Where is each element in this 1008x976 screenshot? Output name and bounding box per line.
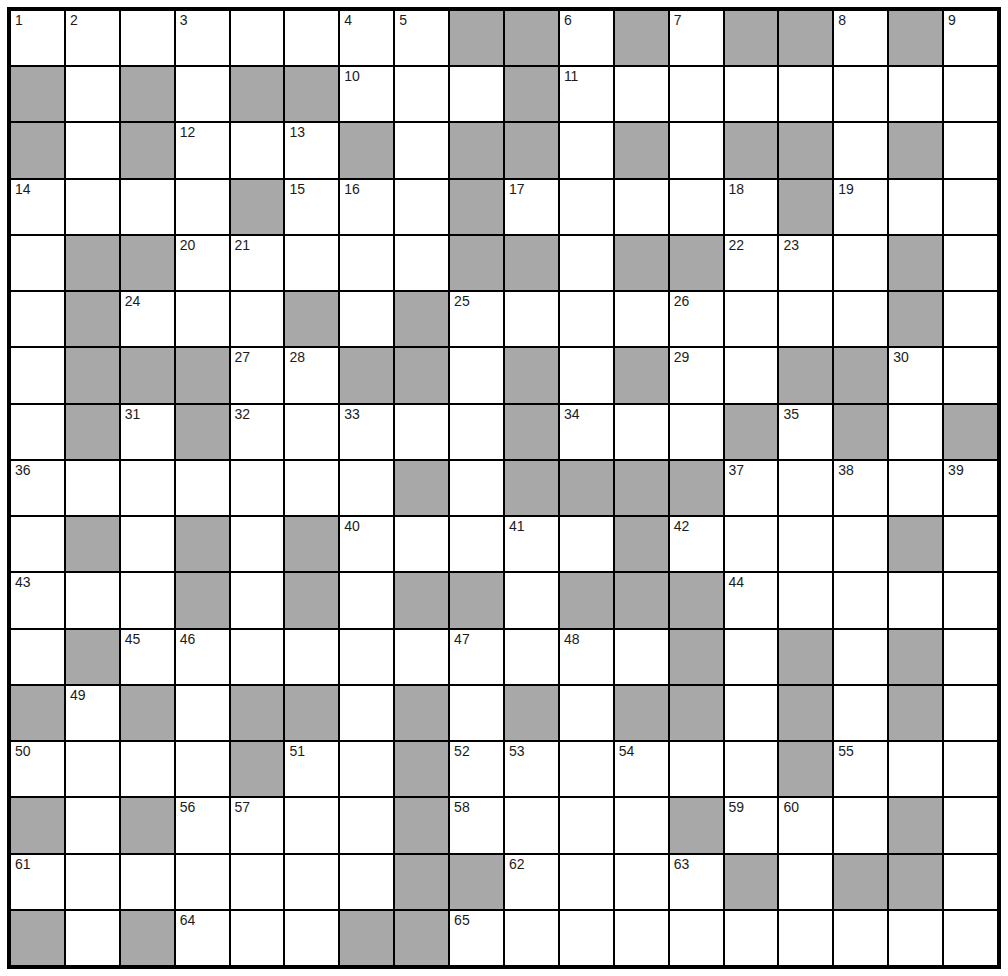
letter-cell[interactable]: 53 (505, 742, 558, 796)
letter-cell[interactable] (450, 461, 503, 515)
letter-cell[interactable]: 64 (176, 911, 229, 965)
block-cell (176, 405, 229, 459)
letter-cell[interactable] (450, 67, 503, 121)
letter-cell[interactable]: 38 (834, 461, 887, 515)
letter-cell[interactable] (615, 405, 668, 459)
letter-cell[interactable] (121, 573, 174, 627)
letter-cell[interactable]: 35 (779, 405, 832, 459)
letter-cell[interactable] (670, 180, 723, 234)
letter-cell[interactable] (11, 292, 64, 346)
letter-cell[interactable] (889, 461, 942, 515)
letter-cell[interactable]: 2 (66, 11, 119, 65)
letter-cell[interactable] (66, 911, 119, 965)
letter-cell[interactable]: 56 (176, 798, 229, 852)
block-cell (450, 180, 503, 234)
block-cell (615, 686, 668, 740)
letter-cell[interactable]: 49 (66, 686, 119, 740)
clue-number: 15 (289, 181, 305, 197)
block-cell (11, 686, 64, 740)
letter-cell[interactable] (176, 855, 229, 909)
letter-cell[interactable]: 4 (340, 11, 393, 65)
letter-cell[interactable]: 32 (231, 405, 284, 459)
clue-number: 3 (180, 12, 188, 28)
letter-cell[interactable] (779, 67, 832, 121)
letter-cell[interactable] (395, 123, 448, 177)
letter-cell[interactable] (889, 911, 942, 965)
clue-number: 38 (838, 462, 854, 478)
letter-cell[interactable]: 57 (231, 798, 284, 852)
letter-cell[interactable] (944, 292, 997, 346)
clue-number: 17 (509, 181, 525, 197)
block-cell (670, 573, 723, 627)
letter-cell[interactable] (176, 461, 229, 515)
letter-cell[interactable] (340, 573, 393, 627)
letter-cell[interactable] (779, 855, 832, 909)
letter-cell[interactable]: 36 (11, 461, 64, 515)
letter-cell[interactable] (560, 911, 613, 965)
letter-cell[interactable]: 58 (450, 798, 503, 852)
clue-number: 49 (70, 687, 86, 703)
letter-cell[interactable] (450, 517, 503, 571)
letter-cell[interactable]: 37 (725, 461, 778, 515)
letter-cell[interactable] (395, 630, 448, 684)
letter-cell[interactable] (889, 405, 942, 459)
letter-cell[interactable] (725, 742, 778, 796)
letter-cell[interactable] (340, 236, 393, 290)
letter-cell[interactable]: 14 (11, 180, 64, 234)
letter-cell[interactable] (231, 855, 284, 909)
letter-cell[interactable] (285, 11, 338, 65)
letter-cell[interactable] (834, 517, 887, 571)
block-cell (889, 11, 942, 65)
letter-cell[interactable] (560, 686, 613, 740)
letter-cell[interactable] (66, 123, 119, 177)
letter-cell[interactable]: 11 (560, 67, 613, 121)
letter-cell[interactable] (340, 855, 393, 909)
letter-cell[interactable] (11, 405, 64, 459)
letter-cell[interactable] (505, 798, 558, 852)
letter-cell[interactable] (560, 855, 613, 909)
clue-number: 16 (344, 181, 360, 197)
clue-number: 27 (235, 349, 251, 365)
block-cell (11, 123, 64, 177)
letter-cell[interactable] (395, 236, 448, 290)
letter-cell[interactable] (11, 517, 64, 571)
letter-cell[interactable] (340, 742, 393, 796)
letter-cell[interactable] (560, 798, 613, 852)
letter-cell[interactable]: 30 (889, 348, 942, 402)
letter-cell[interactable] (66, 180, 119, 234)
letter-cell[interactable] (615, 798, 668, 852)
letter-cell[interactable] (725, 292, 778, 346)
letter-cell[interactable]: 21 (231, 236, 284, 290)
clue-number: 2 (70, 12, 78, 28)
letter-cell[interactable] (395, 405, 448, 459)
letter-cell[interactable] (285, 236, 338, 290)
block-cell (779, 742, 832, 796)
letter-cell[interactable] (725, 686, 778, 740)
clue-number: 35 (783, 406, 799, 422)
clue-number: 36 (15, 462, 31, 478)
letter-cell[interactable] (285, 405, 338, 459)
clue-number: 29 (674, 349, 690, 365)
block-cell (340, 911, 393, 965)
letter-cell[interactable] (944, 236, 997, 290)
block-cell (11, 911, 64, 965)
letter-cell[interactable] (66, 742, 119, 796)
letter-cell[interactable] (395, 67, 448, 121)
letter-cell[interactable]: 62 (505, 855, 558, 909)
letter-cell[interactable] (560, 742, 613, 796)
block-cell (889, 236, 942, 290)
letter-cell[interactable] (340, 686, 393, 740)
letter-cell[interactable] (285, 630, 338, 684)
clue-number: 8 (838, 12, 846, 28)
letter-cell[interactable] (340, 798, 393, 852)
block-cell (231, 686, 284, 740)
letter-cell[interactable] (121, 461, 174, 515)
letter-cell[interactable] (834, 798, 887, 852)
letter-cell[interactable]: 26 (670, 292, 723, 346)
block-cell (121, 348, 174, 402)
letter-cell[interactable] (340, 292, 393, 346)
letter-cell[interactable] (505, 573, 558, 627)
letter-cell[interactable] (725, 630, 778, 684)
letter-cell[interactable] (231, 292, 284, 346)
block-cell (615, 348, 668, 402)
letter-cell[interactable] (834, 67, 887, 121)
letter-cell[interactable] (176, 742, 229, 796)
letter-cell[interactable] (944, 630, 997, 684)
letter-cell[interactable] (779, 461, 832, 515)
letter-cell[interactable] (176, 67, 229, 121)
clue-number: 53 (509, 743, 525, 759)
clue-number: 47 (454, 631, 470, 647)
letter-cell[interactable]: 52 (450, 742, 503, 796)
block-cell (505, 67, 558, 121)
letter-cell[interactable] (66, 461, 119, 515)
letter-cell[interactable] (944, 180, 997, 234)
letter-cell[interactable] (615, 855, 668, 909)
letter-cell[interactable] (450, 405, 503, 459)
letter-cell[interactable] (176, 292, 229, 346)
letter-cell[interactable] (944, 348, 997, 402)
letter-cell[interactable] (615, 911, 668, 965)
letter-cell[interactable] (231, 461, 284, 515)
letter-cell[interactable] (66, 573, 119, 627)
letter-cell[interactable]: 47 (450, 630, 503, 684)
letter-cell[interactable]: 23 (779, 236, 832, 290)
letter-cell[interactable]: 59 (725, 798, 778, 852)
block-cell (285, 686, 338, 740)
letter-cell[interactable]: 54 (615, 742, 668, 796)
letter-cell[interactable] (670, 405, 723, 459)
block-cell (11, 798, 64, 852)
clue-number: 45 (125, 631, 141, 647)
letter-cell[interactable] (944, 517, 997, 571)
letter-cell[interactable]: 13 (285, 123, 338, 177)
letter-cell[interactable] (176, 180, 229, 234)
letter-cell[interactable]: 7 (670, 11, 723, 65)
letter-cell[interactable] (670, 67, 723, 121)
block-cell (779, 11, 832, 65)
clue-number: 44 (729, 574, 745, 590)
letter-cell[interactable]: 39 (944, 461, 997, 515)
letter-cell[interactable]: 24 (121, 292, 174, 346)
letter-cell[interactable] (11, 236, 64, 290)
letter-cell[interactable]: 29 (670, 348, 723, 402)
clue-number: 21 (235, 237, 251, 253)
letter-cell[interactable]: 51 (285, 742, 338, 796)
block-cell (66, 292, 119, 346)
letter-cell[interactable]: 8 (834, 11, 887, 65)
letter-cell[interactable]: 45 (121, 630, 174, 684)
letter-cell[interactable] (944, 123, 997, 177)
letter-cell[interactable]: 33 (340, 405, 393, 459)
block-cell (450, 11, 503, 65)
crossword-page: 1234567891011121314151617181920212223242… (0, 0, 1008, 976)
letter-cell[interactable] (121, 517, 174, 571)
letter-cell[interactable] (944, 798, 997, 852)
letter-cell[interactable]: 34 (560, 405, 613, 459)
clue-number: 39 (948, 462, 964, 478)
letter-cell[interactable]: 55 (834, 742, 887, 796)
clue-number: 30 (893, 349, 909, 365)
letter-cell[interactable]: 1 (11, 11, 64, 65)
letter-cell[interactable] (834, 573, 887, 627)
letter-cell[interactable] (944, 742, 997, 796)
letter-cell[interactable] (560, 236, 613, 290)
block-cell (176, 517, 229, 571)
block-cell (889, 686, 942, 740)
letter-cell[interactable] (560, 180, 613, 234)
block-cell (340, 348, 393, 402)
block-cell (834, 405, 887, 459)
clue-number: 32 (235, 406, 251, 422)
clue-number: 6 (564, 12, 572, 28)
block-cell (889, 123, 942, 177)
letter-cell[interactable] (560, 517, 613, 571)
block-cell (505, 123, 558, 177)
letter-cell[interactable] (560, 292, 613, 346)
letter-cell[interactable] (725, 911, 778, 965)
letter-cell[interactable] (670, 742, 723, 796)
clue-number: 43 (15, 574, 31, 590)
letter-cell[interactable]: 48 (560, 630, 613, 684)
block-cell (176, 348, 229, 402)
letter-cell[interactable] (944, 911, 997, 965)
letter-cell[interactable]: 65 (450, 911, 503, 965)
letter-cell[interactable] (285, 911, 338, 965)
block-cell (670, 686, 723, 740)
letter-cell[interactable] (231, 11, 284, 65)
letter-cell[interactable]: 5 (395, 11, 448, 65)
clue-number: 59 (729, 799, 745, 815)
clue-number: 46 (180, 631, 196, 647)
letter-cell[interactable] (834, 686, 887, 740)
block-cell (66, 348, 119, 402)
letter-cell[interactable] (121, 11, 174, 65)
letter-cell[interactable]: 18 (725, 180, 778, 234)
letter-cell[interactable]: 31 (121, 405, 174, 459)
clue-number: 24 (125, 293, 141, 309)
letter-cell[interactable] (615, 292, 668, 346)
letter-cell[interactable] (395, 517, 448, 571)
letter-cell[interactable]: 22 (725, 236, 778, 290)
letter-cell[interactable] (66, 798, 119, 852)
letter-cell[interactable] (121, 742, 174, 796)
letter-cell[interactable] (834, 123, 887, 177)
letter-cell[interactable] (450, 686, 503, 740)
letter-cell[interactable] (560, 123, 613, 177)
block-cell (779, 348, 832, 402)
letter-cell[interactable] (615, 180, 668, 234)
letter-cell[interactable] (779, 573, 832, 627)
letter-cell[interactable]: 63 (670, 855, 723, 909)
block-cell (889, 855, 942, 909)
block-cell (66, 517, 119, 571)
letter-cell[interactable] (66, 855, 119, 909)
letter-cell[interactable] (231, 573, 284, 627)
block-cell (889, 798, 942, 852)
letter-cell[interactable] (121, 855, 174, 909)
block-cell (395, 855, 448, 909)
letter-cell[interactable] (670, 123, 723, 177)
letter-cell[interactable]: 19 (834, 180, 887, 234)
letter-cell[interactable] (560, 348, 613, 402)
letter-cell[interactable]: 12 (176, 123, 229, 177)
clue-number: 34 (564, 406, 580, 422)
letter-cell[interactable] (66, 67, 119, 121)
letter-cell[interactable]: 28 (285, 348, 338, 402)
letter-cell[interactable]: 40 (340, 517, 393, 571)
letter-cell[interactable] (779, 292, 832, 346)
block-cell (505, 405, 558, 459)
clue-number: 57 (235, 799, 251, 815)
clue-number: 5 (399, 12, 407, 28)
letter-cell[interactable] (889, 742, 942, 796)
letter-cell[interactable] (285, 855, 338, 909)
letter-cell[interactable]: 46 (176, 630, 229, 684)
clue-number: 19 (838, 181, 854, 197)
letter-cell[interactable] (725, 517, 778, 571)
letter-cell[interactable] (725, 348, 778, 402)
letter-cell[interactable] (285, 461, 338, 515)
clue-number: 58 (454, 799, 470, 815)
letter-cell[interactable] (944, 573, 997, 627)
letter-cell[interactable]: 27 (231, 348, 284, 402)
letter-cell[interactable] (505, 292, 558, 346)
block-cell (285, 573, 338, 627)
letter-cell[interactable]: 10 (340, 67, 393, 121)
letter-cell[interactable] (231, 911, 284, 965)
letter-cell[interactable]: 61 (11, 855, 64, 909)
letter-cell[interactable] (889, 573, 942, 627)
letter-cell[interactable] (176, 686, 229, 740)
clue-number: 60 (783, 799, 799, 815)
letter-cell[interactable] (889, 67, 942, 121)
letter-cell[interactable] (231, 517, 284, 571)
block-cell (779, 123, 832, 177)
letter-cell[interactable] (505, 630, 558, 684)
letter-cell[interactable]: 50 (11, 742, 64, 796)
clue-number: 1 (15, 12, 23, 28)
clue-number: 9 (948, 12, 956, 28)
letter-cell[interactable] (834, 236, 887, 290)
letter-cell[interactable]: 16 (340, 180, 393, 234)
block-cell (395, 686, 448, 740)
crossword-grid: 1234567891011121314151617181920212223242… (7, 7, 1001, 969)
letter-cell[interactable]: 20 (176, 236, 229, 290)
block-cell (66, 630, 119, 684)
letter-cell[interactable] (670, 911, 723, 965)
block-cell (670, 236, 723, 290)
letter-cell[interactable] (450, 348, 503, 402)
letter-cell[interactable] (231, 123, 284, 177)
block-cell (395, 798, 448, 852)
block-cell (121, 798, 174, 852)
block-cell (889, 292, 942, 346)
letter-cell[interactable]: 15 (285, 180, 338, 234)
letter-cell[interactable] (834, 292, 887, 346)
letter-cell[interactable] (834, 911, 887, 965)
block-cell (231, 742, 284, 796)
letter-cell[interactable] (779, 911, 832, 965)
letter-cell[interactable]: 9 (944, 11, 997, 65)
letter-cell[interactable]: 41 (505, 517, 558, 571)
clue-number: 61 (15, 856, 31, 872)
clue-number: 33 (344, 406, 360, 422)
letter-cell[interactable] (340, 461, 393, 515)
letter-cell[interactable]: 43 (11, 573, 64, 627)
letter-cell[interactable] (615, 630, 668, 684)
letter-cell[interactable]: 42 (670, 517, 723, 571)
letter-cell[interactable] (285, 798, 338, 852)
letter-cell[interactable] (11, 348, 64, 402)
clue-number: 18 (729, 181, 745, 197)
letter-cell[interactable] (725, 67, 778, 121)
letter-cell[interactable] (11, 630, 64, 684)
clue-number: 62 (509, 856, 525, 872)
letter-cell[interactable]: 3 (176, 11, 229, 65)
letter-cell[interactable] (889, 180, 942, 234)
letter-cell[interactable]: 6 (560, 11, 613, 65)
letter-cell[interactable] (340, 630, 393, 684)
block-cell (121, 236, 174, 290)
block-cell (450, 855, 503, 909)
letter-cell[interactable] (944, 686, 997, 740)
block-cell (121, 686, 174, 740)
letter-cell[interactable] (944, 855, 997, 909)
clue-number: 31 (125, 406, 141, 422)
letter-cell[interactable]: 25 (450, 292, 503, 346)
letter-cell[interactable] (231, 630, 284, 684)
letter-cell[interactable] (505, 911, 558, 965)
block-cell (615, 236, 668, 290)
block-cell (121, 67, 174, 121)
letter-cell[interactable]: 44 (725, 573, 778, 627)
letter-cell[interactable]: 60 (779, 798, 832, 852)
block-cell (285, 517, 338, 571)
letter-cell[interactable]: 17 (505, 180, 558, 234)
letter-cell[interactable] (121, 180, 174, 234)
letter-cell[interactable] (615, 67, 668, 121)
block-cell (944, 405, 997, 459)
letter-cell[interactable] (779, 517, 832, 571)
letter-cell[interactable] (944, 67, 997, 121)
letter-cell[interactable] (395, 180, 448, 234)
letter-cell[interactable] (834, 630, 887, 684)
